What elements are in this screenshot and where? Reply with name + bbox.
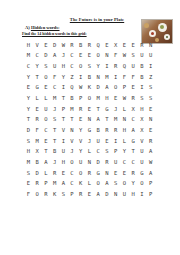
grid-cell-r12-c5[interactable]: H: [59, 157, 68, 168]
grid-cell-r13-c6[interactable]: C: [68, 168, 77, 179]
grid-cell-r12-c13[interactable]: C: [129, 157, 138, 168]
grid-cell-r6-c9[interactable]: M: [94, 93, 103, 104]
grid-cell-r11-c14[interactable]: U: [138, 147, 147, 158]
grid-cell-r3-c13[interactable]: U: [129, 61, 138, 72]
grid-cell-r14-c13[interactable]: Y: [129, 179, 138, 190]
grid-cell-r5-c15[interactable]: S: [146, 83, 155, 94]
grid-cell-r2-c15[interactable]: U: [146, 51, 155, 62]
grid-cell-r8-c5[interactable]: T: [59, 115, 68, 126]
grid-cell-r11-c15[interactable]: A: [146, 147, 155, 158]
grid-cell-r4-c5[interactable]: Y: [59, 72, 68, 83]
grid-cell-r8-c14[interactable]: X: [138, 115, 147, 126]
grid-cell-r5-c7[interactable]: W: [76, 83, 85, 94]
grid-cell-r5-c11[interactable]: O: [111, 83, 120, 94]
grid-cell-r5-c13[interactable]: E: [129, 83, 138, 94]
grid-cell-r13-c8[interactable]: R: [85, 168, 94, 179]
grid-cell-r2-c2[interactable]: C: [33, 51, 42, 62]
grid-cell-r6-c11[interactable]: E: [111, 93, 120, 104]
grid-cell-r8-c13[interactable]: C: [129, 115, 138, 126]
grid-cell-r5-c1[interactable]: E: [24, 83, 33, 94]
grid-cell-r7-c4[interactable]: J: [50, 104, 59, 115]
grid-cell-r8-c7[interactable]: E: [76, 115, 85, 126]
grid-cell-r6-c2[interactable]: L: [33, 93, 42, 104]
grid-cell-r10-c2[interactable]: M: [33, 136, 42, 147]
grid-cell-r15-c8[interactable]: E: [85, 189, 94, 200]
grid-cell-r9-c12[interactable]: H: [120, 125, 129, 136]
grid-cell-r6-c13[interactable]: R: [129, 93, 138, 104]
grid-cell-r7-c1[interactable]: Y: [24, 104, 33, 115]
grid-cell-r10-c13[interactable]: G: [129, 136, 138, 147]
grid-cell-r7-c8[interactable]: E: [85, 104, 94, 115]
grid-cell-r8-c4[interactable]: S: [50, 115, 59, 126]
grid-cell-r12-c7[interactable]: U: [76, 157, 85, 168]
grid-cell-r6-c14[interactable]: S: [138, 93, 147, 104]
grid-cell-r15-c14[interactable]: I: [138, 189, 147, 200]
grid-cell-r15-c1[interactable]: F: [24, 189, 33, 200]
grid-cell-r7-c9[interactable]: T: [94, 104, 103, 115]
grid-cell-r3-c4[interactable]: U: [50, 61, 59, 72]
grid-cell-r2-c13[interactable]: S: [129, 51, 138, 62]
grid-cell-r11-c8[interactable]: L: [85, 147, 94, 158]
grid-cell-r3-c2[interactable]: Y: [33, 61, 42, 72]
grid-cell-r10-c15[interactable]: R: [146, 136, 155, 147]
grid-cell-r10-c11[interactable]: I: [111, 136, 120, 147]
grid-cell-r6-c7[interactable]: P: [76, 93, 85, 104]
grid-cell-r9-c13[interactable]: A: [129, 125, 138, 136]
grid-cell-r10-c9[interactable]: U: [94, 136, 103, 147]
grid-cell-r11-c10[interactable]: S: [103, 147, 112, 158]
grid-cell-r13-c11[interactable]: E: [111, 168, 120, 179]
grid-cell-r5-c12[interactable]: P: [120, 83, 129, 94]
grid-cell-r15-c3[interactable]: R: [41, 189, 50, 200]
food-icon: [166, 36, 168, 38]
grid-cell-r9-c10[interactable]: R: [103, 125, 112, 136]
grid-cell-r10-c3[interactable]: E: [41, 136, 50, 147]
grid-cell-r1-c7[interactable]: B: [76, 40, 85, 51]
grid-cell-r8-c6[interactable]: T: [68, 115, 77, 126]
grid-cell-r9-c1[interactable]: D: [24, 125, 33, 136]
grid-cell-r10-c4[interactable]: T: [50, 136, 59, 147]
grid-cell-r2-c14[interactable]: U: [138, 51, 147, 62]
grid-cell-r8-c1[interactable]: T: [24, 115, 33, 126]
grid-cell-r9-c5[interactable]: V: [59, 125, 68, 136]
grid-cell-r1-c4[interactable]: D: [50, 40, 59, 51]
grid-cell-r1-c10[interactable]: E: [103, 40, 112, 51]
grid-cell-r5-c2[interactable]: G: [33, 83, 42, 94]
grid-cell-r9-c2[interactable]: F: [33, 125, 42, 136]
grid-cell-r10-c8[interactable]: J: [85, 136, 94, 147]
grid-cell-r4-c10[interactable]: M: [103, 72, 112, 83]
grid-cell-r4-c1[interactable]: Y: [24, 72, 33, 83]
grid-cell-r12-c10[interactable]: R: [103, 157, 112, 168]
grid-cell-r11-c7[interactable]: Y: [76, 147, 85, 158]
grid-cell-r1-c12[interactable]: E: [120, 40, 129, 51]
grid-cell-r12-c11[interactable]: U: [111, 157, 120, 168]
grid-cell-r14-c5[interactable]: A: [59, 179, 68, 190]
grid-cell-r6-c10[interactable]: H: [103, 93, 112, 104]
grid-cell-r4-c11[interactable]: I: [111, 72, 120, 83]
grid-cell-r13-c2[interactable]: D: [33, 168, 42, 179]
grid-cell-r14-c6[interactable]: C: [68, 179, 77, 190]
grid-cell-r5-c4[interactable]: C: [50, 83, 59, 94]
grid-cell-r13-c4[interactable]: R: [50, 168, 59, 179]
grid-cell-r10-c12[interactable]: L: [120, 136, 129, 147]
grid-cell-r3-c11[interactable]: R: [111, 61, 120, 72]
grid-cell-r8-c8[interactable]: N: [85, 115, 94, 126]
grid-cell-r11-c3[interactable]: T: [41, 147, 50, 158]
grid-cell-r3-c6[interactable]: C: [68, 61, 77, 72]
grid-cell-r13-c7[interactable]: O: [76, 168, 85, 179]
grid-cell-r11-c6[interactable]: J: [68, 147, 77, 158]
grid-cell-r4-c8[interactable]: B: [85, 72, 94, 83]
grid-cell-r3-c14[interactable]: B: [138, 61, 147, 72]
grid-cell-r8-c9[interactable]: A: [94, 115, 103, 126]
grid-cell-r8-c3[interactable]: O: [41, 115, 50, 126]
grid-cell-r14-c15[interactable]: P: [146, 179, 155, 190]
grid-cell-r3-c12[interactable]: Q: [120, 61, 129, 72]
grid-cell-r15-c12[interactable]: U: [120, 189, 129, 200]
grid-cell-r9-c8[interactable]: G: [85, 125, 94, 136]
grid-cell-r2-c5[interactable]: J: [59, 51, 68, 62]
grid-cell-r3-c3[interactable]: S: [41, 61, 50, 72]
grid-cell-r9-c14[interactable]: X: [138, 125, 147, 136]
grid-cell-r1-c1[interactable]: H: [24, 40, 33, 51]
grid-cell-r3-c9[interactable]: Y: [94, 61, 103, 72]
grid-cell-r14-c14[interactable]: O: [138, 179, 147, 190]
grid-cell-r4-c3[interactable]: O: [41, 72, 50, 83]
grid-cell-r5-c3[interactable]: E: [41, 83, 50, 94]
grid-cell-r15-c11[interactable]: N: [111, 189, 120, 200]
grid-cell-r2-c12[interactable]: W: [120, 51, 129, 62]
grid-cell-r5-c6[interactable]: Q: [68, 83, 77, 94]
grid-cell-r7-c2[interactable]: E: [33, 104, 42, 115]
grid-cell-r1-c15[interactable]: N: [146, 40, 155, 51]
grid-cell-r13-c3[interactable]: L: [41, 168, 50, 179]
section-heading-text: Hidden words:: [31, 25, 60, 30]
grid-cell-r14-c8[interactable]: L: [85, 179, 94, 190]
grid-cell-r15-c9[interactable]: A: [94, 189, 103, 200]
grid-cell-r12-c14[interactable]: U: [138, 157, 147, 168]
grid-cell-r14-c1[interactable]: E: [24, 179, 33, 190]
grid-cell-r6-c4[interactable]: M: [50, 93, 59, 104]
section-label: A): [25, 25, 30, 30]
grid-cell-r8-c2[interactable]: R: [33, 115, 42, 126]
bowl-icon: [155, 38, 159, 42]
grid-cell-r1-c5[interactable]: W: [59, 40, 68, 51]
grid-cell-r7-c3[interactable]: U: [41, 104, 50, 115]
grid-cell-r13-c14[interactable]: G: [138, 168, 147, 179]
grid-cell-r15-c4[interactable]: K: [50, 189, 59, 200]
grid-cell-r4-c4[interactable]: F: [50, 72, 59, 83]
grid-cell-r9-c4[interactable]: T: [50, 125, 59, 136]
grid-cell-r11-c2[interactable]: X: [33, 147, 42, 158]
grid-cell-r8-c10[interactable]: T: [103, 115, 112, 126]
grid-cell-r5-c14[interactable]: I: [138, 83, 147, 94]
instruction-text: Find the 14 hidden words in this grid:: [22, 31, 87, 36]
grid-cell-r1-c11[interactable]: X: [111, 40, 120, 51]
grid-cell-r2-c7[interactable]: E: [76, 51, 85, 62]
grid-cell-r9-c15[interactable]: E: [146, 125, 155, 136]
grid-cell-r13-c15[interactable]: A: [146, 168, 155, 179]
grid-cell-r14-c10[interactable]: A: [103, 179, 112, 190]
grid-cell-r7-c10[interactable]: G: [103, 104, 112, 115]
grid-cell-r8-c15[interactable]: N: [146, 115, 155, 126]
grid-cell-r6-c6[interactable]: B: [68, 93, 77, 104]
grid-cell-r14-c2[interactable]: R: [33, 179, 42, 190]
grid-cell-r7-c11[interactable]: J: [111, 104, 120, 115]
grid-cell-r15-c2[interactable]: O: [33, 189, 42, 200]
grid-cell-r12-c6[interactable]: O: [68, 157, 77, 168]
grid-cell-r10-c10[interactable]: E: [103, 136, 112, 147]
grid-cell-r11-c4[interactable]: B: [50, 147, 59, 158]
grid-cell-r12-c8[interactable]: N: [85, 157, 94, 168]
grid-cell-r2-c6[interactable]: C: [68, 51, 77, 62]
grid-cell-r14-c9[interactable]: O: [94, 179, 103, 190]
grid-cell-r15-c7[interactable]: R: [76, 189, 85, 200]
grid-cell-r13-c13[interactable]: R: [129, 168, 138, 179]
grid-cell-r12-c2[interactable]: B: [33, 157, 42, 168]
grid-cell-r7-c5[interactable]: P: [59, 104, 68, 115]
grid-cell-r14-c7[interactable]: K: [76, 179, 85, 190]
bowl-icon: [144, 23, 149, 28]
grid-cell-r13-c10[interactable]: N: [103, 168, 112, 179]
grid-cell-r4-c13[interactable]: F: [129, 72, 138, 83]
grid-cell-r11-c11[interactable]: P: [111, 147, 120, 158]
grid-cell-r15-c5[interactable]: S: [59, 189, 68, 200]
grid-cell-r11-c9[interactable]: C: [94, 147, 103, 158]
grid-cell-r3-c7[interactable]: O: [76, 61, 85, 72]
grid-cell-r15-c10[interactable]: D: [103, 189, 112, 200]
grid-cell-r11-c13[interactable]: T: [129, 147, 138, 158]
grid-cell-r11-c12[interactable]: Y: [120, 147, 129, 158]
grid-cell-r1-c8[interactable]: R: [85, 40, 94, 51]
grid-cell-r9-c3[interactable]: C: [41, 125, 50, 136]
grid-cell-r2-c3[interactable]: D: [41, 51, 50, 62]
grid-cell-r13-c9[interactable]: G: [94, 168, 103, 179]
grid-cell-r6-c12[interactable]: W: [120, 93, 129, 104]
grid-cell-r6-c1[interactable]: Y: [24, 93, 33, 104]
grid-cell-r7-c7[interactable]: R: [76, 104, 85, 115]
grid-cell-r8-c11[interactable]: M: [111, 115, 120, 126]
grid-cell-r2-c10[interactable]: N: [103, 51, 112, 62]
grid-cell-r1-c14[interactable]: R: [138, 40, 147, 51]
grid-cell-r1-c13[interactable]: E: [129, 40, 138, 51]
grid-cell-r13-c5[interactable]: E: [59, 168, 68, 179]
grid-cell-r1-c2[interactable]: V: [33, 40, 42, 51]
grid-cell-r10-c1[interactable]: S: [24, 136, 33, 147]
grid-cell-r13-c1[interactable]: S: [24, 168, 33, 179]
grid-cell-r5-c8[interactable]: K: [85, 83, 94, 94]
grid-cell-r7-c15[interactable]: E: [146, 104, 155, 115]
grid-cell-r9-c7[interactable]: Y: [76, 125, 85, 136]
grid-cell-r7-c6[interactable]: M: [68, 104, 77, 115]
grid-cell-r2-c1[interactable]: M: [24, 51, 33, 62]
grid-cell-r4-c6[interactable]: Z: [68, 72, 77, 83]
grid-cell-r12-c15[interactable]: W: [146, 157, 155, 168]
grid-cell-r9-c11[interactable]: R: [111, 125, 120, 136]
grid-cell-r12-c9[interactable]: D: [94, 157, 103, 168]
grid-cell-r1-c3[interactable]: E: [41, 40, 50, 51]
grid-cell-r14-c3[interactable]: P: [41, 179, 50, 190]
grid-cell-r12-c1[interactable]: M: [24, 157, 33, 168]
grid-cell-r1-c9[interactable]: Q: [94, 40, 103, 51]
grid-cell-r1-c6[interactable]: R: [68, 40, 77, 51]
grid-cell-r14-c4[interactable]: M: [50, 179, 59, 190]
grid-cell-r12-c12[interactable]: C: [120, 157, 129, 168]
food-icon: [160, 25, 164, 29]
grid-cell-r14-c12[interactable]: O: [120, 179, 129, 190]
grid-cell-r9-c9[interactable]: B: [94, 125, 103, 136]
grid-cell-r15-c6[interactable]: P: [68, 189, 77, 200]
grid-cell-r2-c4[interactable]: A: [50, 51, 59, 62]
grid-cell-r12-c4[interactable]: J: [50, 157, 59, 168]
grid-cell-r10-c14[interactable]: V: [138, 136, 147, 147]
grid-cell-r12-c3[interactable]: A: [41, 157, 50, 168]
grid-cell-r3-c15[interactable]: I: [146, 61, 155, 72]
grid-cell-r2-c8[interactable]: E: [85, 51, 94, 62]
grid-cell-r4-c2[interactable]: T: [33, 72, 42, 83]
grid-cell-r10-c6[interactable]: V: [68, 136, 77, 147]
grid-cell-r9-c6[interactable]: N: [68, 125, 77, 136]
grid-cell-r3-c5[interactable]: H: [59, 61, 68, 72]
grid-cell-r2-c11[interactable]: F: [111, 51, 120, 62]
grid-cell-r15-c13[interactable]: H: [129, 189, 138, 200]
grid-cell-r4-c15[interactable]: Z: [146, 72, 155, 83]
grid-cell-r15-c15[interactable]: P: [146, 189, 155, 200]
grid-cell-r4-c14[interactable]: B: [138, 72, 147, 83]
grid-cell-r4-c12[interactable]: F: [120, 72, 129, 83]
grid-cell-r11-c5[interactable]: U: [59, 147, 68, 158]
section-heading: A) Hidden words:: [25, 25, 60, 30]
grid-cell-r14-c11[interactable]: S: [111, 179, 120, 190]
grid-cell-r7-c13[interactable]: X: [129, 104, 138, 115]
grid-cell-r10-c7[interactable]: V: [76, 136, 85, 147]
grid-cell-r3-c8[interactable]: S: [85, 61, 94, 72]
worksheet-page: The Future is in your Plate A) Hidden wo…: [0, 0, 180, 255]
grid-cell-r6-c5[interactable]: T: [59, 93, 68, 104]
grid-cell-r5-c10[interactable]: A: [103, 83, 112, 94]
grid-cell-r11-c1[interactable]: H: [24, 147, 33, 158]
grid-cell-r6-c8[interactable]: O: [85, 93, 94, 104]
grid-cell-r10-c5[interactable]: I: [59, 136, 68, 147]
grid-cell-r2-c9[interactable]: O: [94, 51, 103, 62]
grid-cell-r7-c12[interactable]: L: [120, 104, 129, 115]
grid-cell-r4-c9[interactable]: N: [94, 72, 103, 83]
word-grid: HVEDWRBRQEXEERNMCDAJCEEONFWSUUCYSUHCOSYI…: [24, 40, 155, 200]
grid-cell-r5-c5[interactable]: I: [59, 83, 68, 94]
grid-cell-r8-c12[interactable]: N: [120, 115, 129, 126]
grid-cell-r3-c1[interactable]: C: [24, 61, 33, 72]
grid-cell-r5-c9[interactable]: D: [94, 83, 103, 94]
food-icon: [151, 32, 154, 35]
grid-cell-r3-c10[interactable]: I: [103, 61, 112, 72]
grid-cell-r4-c7[interactable]: I: [76, 72, 85, 83]
grid-cell-r6-c3[interactable]: L: [41, 93, 50, 104]
grid-cell-r13-c12[interactable]: E: [120, 168, 129, 179]
grid-cell-r7-c14[interactable]: H: [138, 104, 147, 115]
grid-cell-r6-c15[interactable]: S: [146, 93, 155, 104]
